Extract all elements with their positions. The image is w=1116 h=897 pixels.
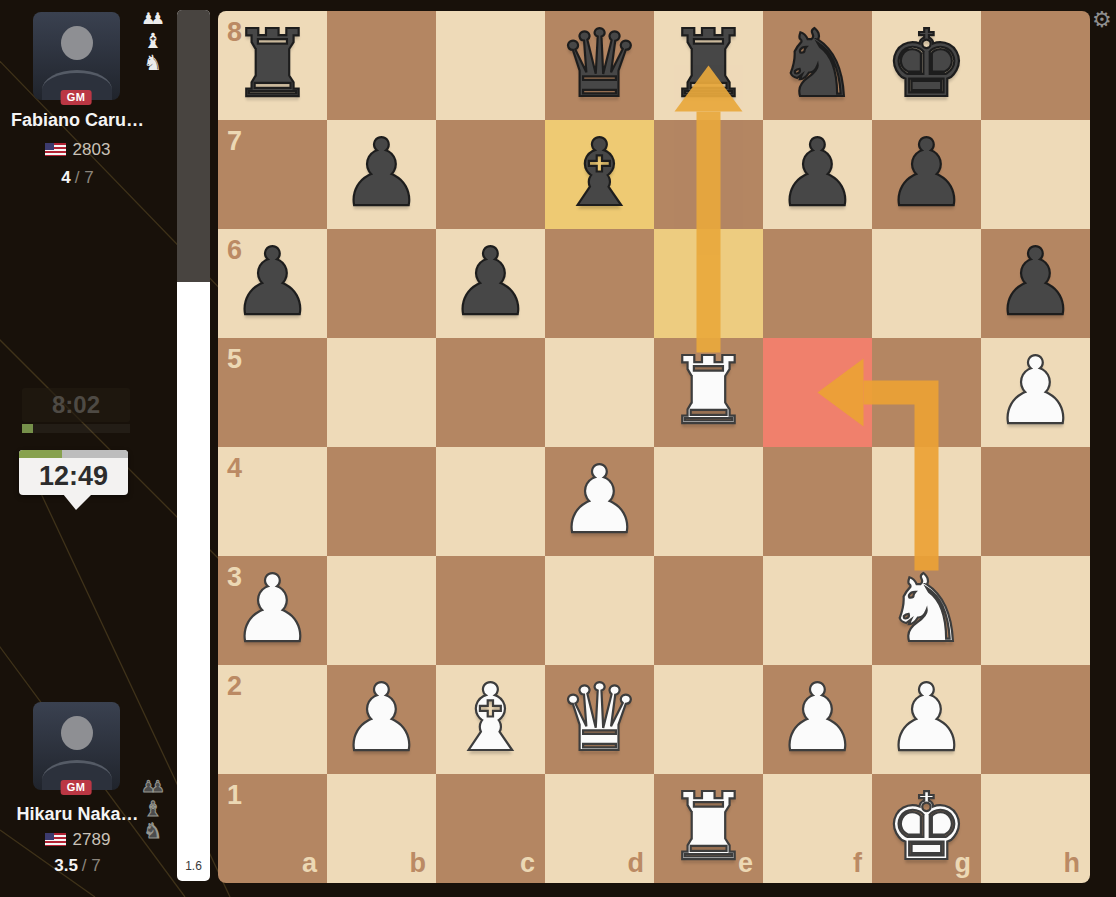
evaluation-bar: 1.6 (177, 10, 210, 881)
square-c3[interactable] (436, 556, 545, 665)
square-f6[interactable] (763, 229, 872, 338)
piece-white-bishop-c2[interactable]: ♝ (436, 665, 545, 774)
piece-black-pawn-b7[interactable]: ♟ (327, 120, 436, 229)
clock-top-player: 8:02 (22, 388, 130, 422)
captured-bishop-icon: ♝ (134, 30, 172, 52)
piece-white-pawn-b2[interactable]: ♟ (327, 665, 436, 774)
square-h4[interactable] (981, 447, 1090, 556)
square-h2[interactable] (981, 665, 1090, 774)
piece-white-knight-g3[interactable]: ♞ (872, 556, 981, 665)
square-a1[interactable]: 1a (218, 774, 327, 883)
square-b4[interactable] (327, 447, 436, 556)
piece-white-pawn-a3[interactable]: ♟ (218, 556, 327, 665)
player-rating-bottom: 2789 (0, 830, 155, 850)
square-e3[interactable] (654, 556, 763, 665)
square-h1[interactable]: h (981, 774, 1090, 883)
square-c7[interactable] (436, 120, 545, 229)
coordinate-file-b: b (410, 850, 427, 877)
clock-bottom-pointer (63, 494, 92, 510)
us-flag-icon (45, 833, 66, 846)
player-name-top: Fabiano Caru… (0, 110, 155, 131)
piece-white-pawn-f2[interactable]: ♟ (763, 665, 872, 774)
evaluation-value: 1.6 (177, 859, 210, 873)
square-e6[interactable] (654, 229, 763, 338)
square-f5[interactable] (763, 338, 872, 447)
captured-pawn-icon: ♟♟ (134, 8, 172, 30)
square-c4[interactable] (436, 447, 545, 556)
piece-black-pawn-h6[interactable]: ♟ (981, 229, 1090, 338)
avatar-silhouette-head (61, 716, 93, 750)
square-d1[interactable]: d (545, 774, 654, 883)
coordinate-rank-1: 1 (227, 782, 242, 809)
coordinate-rank-7: 7 (227, 128, 242, 155)
piece-black-pawn-a6[interactable]: ♟ (218, 229, 327, 338)
piece-black-pawn-f7[interactable]: ♟ (763, 120, 872, 229)
square-e2[interactable] (654, 665, 763, 774)
piece-black-pawn-c6[interactable]: ♟ (436, 229, 545, 338)
avatar-silhouette-head (61, 26, 93, 60)
square-c1[interactable]: c (436, 774, 545, 883)
piece-black-knight-f8[interactable]: ♞ (763, 11, 872, 120)
piece-white-rook-e1[interactable]: ♜ (654, 774, 763, 883)
captured-pawn-icon: ♟♟ (134, 776, 172, 798)
square-f3[interactable] (763, 556, 872, 665)
coordinate-file-a: a (302, 850, 317, 877)
piece-white-queen-d2[interactable]: ♛ (545, 665, 654, 774)
square-b5[interactable] (327, 338, 436, 447)
piece-black-king-g8[interactable]: ♚ (872, 11, 981, 120)
clock-bottom-player: 12:49 (19, 450, 128, 495)
square-d3[interactable] (545, 556, 654, 665)
gm-badge-top: GM (61, 90, 92, 105)
piece-black-queen-d8[interactable]: ♛ (545, 11, 654, 120)
square-d5[interactable] (545, 338, 654, 447)
coordinate-rank-4: 4 (227, 455, 242, 482)
chess-board[interactable]: 87654321abcdefgh ♜♛♜♞♚♟♝♟♟♟♟♟♜♟♟♟♞♟♝♛♟♟♜… (218, 11, 1090, 883)
square-b1[interactable]: b (327, 774, 436, 883)
square-c8[interactable] (436, 11, 545, 120)
square-g4[interactable] (872, 447, 981, 556)
square-g6[interactable] (872, 229, 981, 338)
gm-badge-bottom: GM (61, 780, 92, 795)
square-a2[interactable]: 2 (218, 665, 327, 774)
square-b8[interactable] (327, 11, 436, 120)
piece-white-pawn-h5[interactable]: ♟ (981, 338, 1090, 447)
player-name-bottom: Hikaru Naka… (0, 804, 155, 825)
settings-gear-icon[interactable]: ⚙ (1092, 9, 1112, 31)
clock-bottom-progress-bar (19, 450, 128, 458)
piece-black-pawn-g7[interactable]: ♟ (872, 120, 981, 229)
piece-black-rook-a8[interactable]: ♜ (218, 11, 327, 120)
square-f1[interactable]: f (763, 774, 872, 883)
piece-white-king-g1[interactable]: ♚ (872, 774, 981, 883)
piece-white-pawn-g2[interactable]: ♟ (872, 665, 981, 774)
player-score-bottom: 3.5/ 7 (0, 856, 155, 876)
square-e7[interactable] (654, 120, 763, 229)
coordinate-file-f: f (853, 850, 862, 877)
square-h8[interactable] (981, 11, 1090, 120)
coordinate-rank-2: 2 (227, 673, 242, 700)
evaluation-bar-black-portion (177, 10, 210, 282)
square-a4[interactable]: 4 (218, 447, 327, 556)
square-d6[interactable] (545, 229, 654, 338)
captured-pieces-top: ♟♟♝♞ (134, 8, 172, 74)
player-score-top: 4/ 7 (0, 168, 155, 188)
sidebar: GM ♟♟♝♞ Fabiano Caru… 2803 4/ 7 8:02 12:… (0, 0, 177, 897)
coordinate-file-c: c (520, 850, 535, 877)
clock-top-progress-bar (22, 424, 130, 433)
clock-bottom-time: 12:49 (19, 458, 128, 494)
square-g5[interactable] (872, 338, 981, 447)
captured-knight-icon: ♞ (134, 52, 172, 74)
square-c5[interactable] (436, 338, 545, 447)
piece-white-rook-e5[interactable]: ♜ (654, 338, 763, 447)
us-flag-icon (45, 143, 66, 156)
avatar-top-player (33, 12, 120, 100)
square-a7[interactable]: 7 (218, 120, 327, 229)
coordinate-rank-5: 5 (227, 346, 242, 373)
square-h3[interactable] (981, 556, 1090, 665)
square-e4[interactable] (654, 447, 763, 556)
square-b3[interactable] (327, 556, 436, 665)
coordinate-file-d: d (628, 850, 645, 877)
piece-black-rook-e8[interactable]: ♜ (654, 11, 763, 120)
player-rating-top: 2803 (0, 140, 155, 160)
coordinate-file-h: h (1064, 850, 1081, 877)
piece-white-pawn-d4[interactable]: ♟ (545, 447, 654, 556)
square-h7[interactable] (981, 120, 1090, 229)
square-f4[interactable] (763, 447, 872, 556)
square-a5[interactable]: 5 (218, 338, 327, 447)
square-b6[interactable] (327, 229, 436, 338)
avatar-bottom-player (33, 702, 120, 790)
piece-black-bishop-d7[interactable]: ♝ (545, 120, 654, 229)
